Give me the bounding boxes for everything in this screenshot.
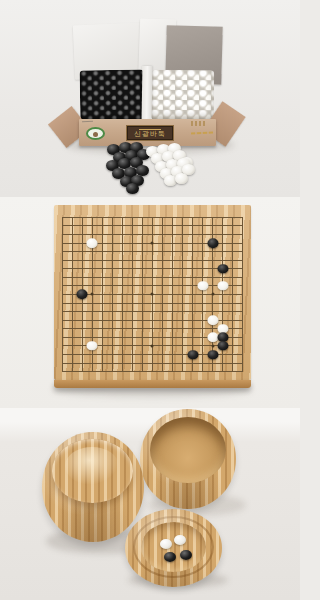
board-cell[interactable] [97,247,107,256]
board-cell[interactable] [208,299,218,308]
board-cell[interactable] [158,230,168,239]
board-cell[interactable] [127,213,137,222]
board-cell[interactable] [77,264,87,273]
board-cell[interactable] [158,264,168,273]
board-cell[interactable] [158,282,168,291]
board-cell[interactable] [57,230,67,239]
board-cell[interactable] [107,316,117,325]
board-cell[interactable] [137,307,147,316]
board-cell[interactable] [228,239,238,248]
board-cell[interactable] [117,264,127,273]
board-cell[interactable] [218,290,228,299]
board-cell[interactable] [107,273,117,282]
board-cell[interactable] [228,307,238,316]
board-cell[interactable] [117,222,127,231]
board-cell[interactable] [238,316,248,325]
board-cell[interactable] [238,359,248,368]
board-cell[interactable] [137,282,147,291]
board-cell[interactable] [208,273,218,282]
board-cell[interactable] [117,256,127,265]
board-cell[interactable] [158,342,168,351]
board-cell[interactable] [147,264,157,273]
board-cell[interactable] [208,350,218,359]
board-cell[interactable] [158,247,168,256]
board-cell[interactable] [168,239,178,248]
board-cell[interactable] [228,342,238,351]
board-cell[interactable] [208,282,218,291]
board-cell[interactable] [97,239,107,248]
board-cell[interactable] [168,307,178,316]
board-cell[interactable] [127,299,137,308]
board-cell[interactable] [168,247,178,256]
board-cell[interactable] [198,350,208,359]
board-cell[interactable] [198,213,208,222]
board-cell[interactable] [158,333,168,342]
board-cell[interactable] [127,230,137,239]
board-cell[interactable] [57,290,67,299]
board-cell[interactable] [238,239,248,248]
board-cell[interactable] [77,247,87,256]
board-cell[interactable] [238,256,248,265]
board-cell[interactable] [107,230,117,239]
board-cell[interactable] [208,213,218,222]
board-cell[interactable] [147,273,157,282]
board-cell[interactable] [198,247,208,256]
board-cell[interactable] [238,367,248,376]
board-cell[interactable] [97,256,107,265]
board-cell[interactable] [87,239,97,248]
board-cell[interactable] [178,299,188,308]
board-cell[interactable] [168,213,178,222]
board-cell[interactable] [77,239,87,248]
board-cell[interactable] [137,333,147,342]
board-cell[interactable] [168,342,178,351]
board-cell[interactable] [168,316,178,325]
white-stone[interactable] [87,238,98,248]
board-cell[interactable] [127,367,137,376]
board-cell[interactable] [218,367,228,376]
board-cell[interactable] [158,350,168,359]
board-cell[interactable] [57,316,67,325]
board-cell[interactable] [137,367,147,376]
board-cell[interactable] [188,247,198,256]
board-cell[interactable] [158,367,168,376]
board-cell[interactable] [87,342,97,351]
board-cell[interactable] [228,316,238,325]
board-cell[interactable] [107,256,117,265]
board-cell[interactable] [238,222,248,231]
board-cell[interactable] [228,350,238,359]
board-cell[interactable] [87,325,97,334]
board-cell[interactable] [168,290,178,299]
board-cell[interactable] [107,342,117,351]
black-stone[interactable] [217,264,228,274]
board-cell[interactable] [178,325,188,334]
board-cell[interactable] [147,299,157,308]
board-cell[interactable] [178,264,188,273]
board-cell[interactable] [67,230,77,239]
board-cell[interactable] [208,359,218,368]
board-cell[interactable] [77,230,87,239]
board-cell[interactable] [188,333,198,342]
board-cell[interactable] [198,325,208,334]
board-cell[interactable] [158,256,168,265]
board-cell[interactable] [107,307,117,316]
board-cell[interactable] [188,239,198,248]
board-cell[interactable] [178,359,188,368]
board-cell[interactable] [178,333,188,342]
board-cell[interactable] [97,367,107,376]
board-cell[interactable] [107,239,117,248]
board-cell[interactable] [67,316,77,325]
board-cell[interactable] [97,299,107,308]
board-cell[interactable] [57,325,67,334]
board-cell[interactable] [238,333,248,342]
board-cell[interactable] [97,213,107,222]
board-cell[interactable] [188,230,198,239]
board-cell[interactable] [87,290,97,299]
board-cell[interactable] [238,247,248,256]
board-cell[interactable] [137,247,147,256]
board-cell[interactable] [147,359,157,368]
board-cell[interactable] [178,239,188,248]
board-cell[interactable] [188,256,198,265]
board-cell[interactable] [147,290,157,299]
board-cell[interactable] [97,282,107,291]
black-stone[interactable] [217,341,228,351]
board-cell[interactable] [158,325,168,334]
board-cell[interactable] [57,247,67,256]
board-cell[interactable] [127,222,137,231]
board-cell[interactable] [188,282,198,291]
board-cell[interactable] [87,213,97,222]
board-cell[interactable] [208,247,218,256]
board-cell[interactable] [218,299,228,308]
board-cell[interactable] [67,222,77,231]
white-stone[interactable] [197,281,208,291]
board-cell[interactable] [67,325,77,334]
board-cell[interactable] [117,282,127,291]
board-cell[interactable] [228,299,238,308]
board-cell[interactable] [168,264,178,273]
board-cell[interactable] [158,299,168,308]
board-cell[interactable] [218,239,228,248]
board-cell[interactable] [97,325,107,334]
board-cell[interactable] [178,367,188,376]
board-cell[interactable] [168,325,178,334]
board-cell[interactable] [77,359,87,368]
board-cell[interactable] [218,342,228,351]
board-cell[interactable] [218,282,228,291]
board-cell[interactable] [57,222,67,231]
board-cell[interactable] [87,282,97,291]
board-cell[interactable] [107,367,117,376]
board-cell[interactable] [97,273,107,282]
board-cell[interactable] [208,222,218,231]
board-cell[interactable] [188,325,198,334]
board-cell[interactable] [67,290,77,299]
board-cell[interactable] [198,290,208,299]
board-cell[interactable] [178,307,188,316]
board-cell[interactable] [117,307,127,316]
board-cell[interactable] [137,325,147,334]
board-cell[interactable] [198,256,208,265]
go-board[interactable] [54,205,251,380]
white-stone[interactable] [207,315,218,325]
board-cell[interactable] [178,290,188,299]
board-cell[interactable] [198,299,208,308]
board-cell[interactable] [238,350,248,359]
board-cell[interactable] [127,359,137,368]
board-cell[interactable] [87,367,97,376]
board-cell[interactable] [77,342,87,351]
board-cell[interactable] [117,230,127,239]
board-cell[interactable] [97,359,107,368]
board-cell[interactable] [117,290,127,299]
board-cell[interactable] [127,333,137,342]
board-cell[interactable] [107,350,117,359]
board-cell[interactable] [107,359,117,368]
board-cell[interactable] [188,350,198,359]
board-cell[interactable] [168,282,178,291]
board-cell[interactable] [147,213,157,222]
board-cell[interactable] [107,282,117,291]
board-cell[interactable] [107,264,117,273]
board-cell[interactable] [238,307,248,316]
board-cell[interactable] [137,350,147,359]
board-cell[interactable] [158,222,168,231]
board-cell[interactable] [188,367,198,376]
board-cell[interactable] [117,299,127,308]
board-cell[interactable] [238,273,248,282]
board-cell[interactable] [158,290,168,299]
board-cell[interactable] [228,359,238,368]
board-cell[interactable] [137,256,147,265]
board-cell[interactable] [178,350,188,359]
board-cell[interactable] [158,273,168,282]
board-cell[interactable] [147,325,157,334]
board-cell[interactable] [107,290,117,299]
board-cell[interactable] [67,239,77,248]
board-cell[interactable] [158,359,168,368]
board-cell[interactable] [117,350,127,359]
board-cell[interactable] [87,256,97,265]
board-cell[interactable] [178,316,188,325]
board-cell[interactable] [178,222,188,231]
board-cell[interactable] [147,247,157,256]
board-cell[interactable] [168,333,178,342]
board-cell[interactable] [87,307,97,316]
board-cell[interactable] [57,350,67,359]
board-cell[interactable] [198,239,208,248]
board-cell[interactable] [198,230,208,239]
board-cell[interactable] [198,316,208,325]
board-cell[interactable] [228,273,238,282]
board-cell[interactable] [168,230,178,239]
board-cell[interactable] [127,307,137,316]
board-cell[interactable] [218,359,228,368]
board-cell[interactable] [198,307,208,316]
board-cell[interactable] [127,350,137,359]
black-stone[interactable] [207,238,218,248]
board-cell[interactable] [168,256,178,265]
board-cell[interactable] [147,282,157,291]
board-cell[interactable] [77,256,87,265]
board-cell[interactable] [117,273,127,282]
board-cell[interactable] [97,342,107,351]
board-cell[interactable] [57,307,67,316]
board-cell[interactable] [127,264,137,273]
black-stone[interactable] [77,290,88,300]
board-cell[interactable] [228,325,238,334]
board-cell[interactable] [198,333,208,342]
board-cell[interactable] [188,213,198,222]
board-cell[interactable] [147,230,157,239]
board-cell[interactable] [77,307,87,316]
board-cell[interactable] [97,290,107,299]
board-cell[interactable] [228,230,238,239]
board-cell[interactable] [147,342,157,351]
board-cell[interactable] [117,325,127,334]
board-cell[interactable] [188,359,198,368]
board-cell[interactable] [228,333,238,342]
board-cell[interactable] [67,282,77,291]
board-cell[interactable] [67,273,77,282]
board-cell[interactable] [87,273,97,282]
board-cell[interactable] [137,342,147,351]
board-cell[interactable] [137,239,147,248]
board-cell[interactable] [188,222,198,231]
board-cell[interactable] [57,239,67,248]
board-cell[interactable] [238,282,248,291]
board-cell[interactable] [67,342,77,351]
board-cell[interactable] [67,299,77,308]
board-cell[interactable] [178,256,188,265]
board-cell[interactable] [67,247,77,256]
board-cell[interactable] [168,273,178,282]
board-cell[interactable] [97,333,107,342]
board-cell[interactable] [188,273,198,282]
board-cell[interactable] [127,342,137,351]
board-cell[interactable] [67,359,77,368]
board-cell[interactable] [137,316,147,325]
board-cell[interactable] [87,299,97,308]
board-cell[interactable] [147,307,157,316]
board-cell[interactable] [127,256,137,265]
board-cell[interactable] [117,213,127,222]
board-cell[interactable] [198,264,208,273]
board-cell[interactable] [218,213,228,222]
board-cell[interactable] [218,222,228,231]
board-cell[interactable] [57,299,67,308]
board-cell[interactable] [77,299,87,308]
board-cell[interactable] [57,256,67,265]
board-cell[interactable] [57,264,67,273]
board-cell[interactable] [228,264,238,273]
board-cell[interactable] [228,367,238,376]
board-cell[interactable] [238,299,248,308]
black-stone[interactable] [187,350,198,360]
board-cell[interactable] [218,247,228,256]
board-cell[interactable] [147,333,157,342]
board-cell[interactable] [67,256,77,265]
board-cell[interactable] [87,350,97,359]
board-cell[interactable] [57,333,67,342]
black-stone[interactable] [207,350,218,360]
board-cell[interactable] [188,307,198,316]
board-cell[interactable] [147,367,157,376]
white-stone[interactable] [217,281,228,291]
board-cell[interactable] [178,273,188,282]
board-cell[interactable] [87,316,97,325]
board-cell[interactable] [137,213,147,222]
board-cell[interactable] [117,367,127,376]
board-cell[interactable] [208,316,218,325]
board-cell[interactable] [77,333,87,342]
board-cell[interactable] [77,222,87,231]
board-cell[interactable] [168,350,178,359]
board-cell[interactable] [158,307,168,316]
board-cell[interactable] [137,273,147,282]
board-cell[interactable] [127,325,137,334]
board-cell[interactable] [168,367,178,376]
board-cell[interactable] [87,359,97,368]
board-cell[interactable] [67,264,77,273]
board-cell[interactable] [218,350,228,359]
board-cell[interactable] [228,290,238,299]
board-cell[interactable] [228,213,238,222]
board-cell[interactable] [137,290,147,299]
board-cell[interactable] [137,299,147,308]
board-cell[interactable] [77,213,87,222]
board-cell[interactable] [127,290,137,299]
board-cell[interactable] [238,342,248,351]
board-cell[interactable] [147,239,157,248]
board-cell[interactable] [168,222,178,231]
board-cell[interactable] [57,342,67,351]
board-cell[interactable] [117,359,127,368]
board-cell[interactable] [117,316,127,325]
board-cell[interactable] [218,307,228,316]
board-cell[interactable] [127,247,137,256]
board-cell[interactable] [208,264,218,273]
board-cell[interactable] [117,247,127,256]
board-cell[interactable] [208,256,218,265]
board-cell[interactable] [97,350,107,359]
board-cell[interactable] [158,316,168,325]
board-cell[interactable] [57,367,67,376]
board-cell[interactable] [77,325,87,334]
board-cell[interactable] [87,247,97,256]
board-cell[interactable] [188,264,198,273]
board-cell[interactable] [107,247,117,256]
board-cell[interactable] [67,350,77,359]
board-cell[interactable] [77,316,87,325]
board-cell[interactable] [147,222,157,231]
board-cell[interactable] [238,213,248,222]
board-cell[interactable] [87,222,97,231]
board-cell[interactable] [178,282,188,291]
board-cell[interactable] [147,256,157,265]
board-cell[interactable] [188,290,198,299]
board-cell[interactable] [147,316,157,325]
board-cell[interactable] [127,316,137,325]
board-cell[interactable] [97,316,107,325]
board-cell[interactable] [97,264,107,273]
board-cell[interactable] [57,213,67,222]
board-cell[interactable] [208,333,218,342]
board-cell[interactable] [228,222,238,231]
